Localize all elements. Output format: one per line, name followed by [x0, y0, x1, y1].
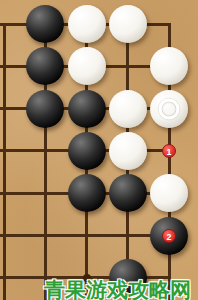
- black-stone[interactable]: [68, 132, 106, 170]
- black-stone[interactable]: [26, 90, 64, 128]
- circle-marker-icon: [159, 98, 180, 119]
- black-stone[interactable]: [26, 47, 64, 85]
- black-stone[interactable]: [109, 174, 147, 212]
- move-number-badge: 2: [162, 229, 176, 243]
- white-stone[interactable]: [150, 47, 188, 85]
- white-stone[interactable]: [109, 5, 147, 43]
- black-stone[interactable]: [26, 5, 64, 43]
- move-number-badge: 1: [162, 144, 176, 158]
- black-stone[interactable]: [68, 174, 106, 212]
- white-stone[interactable]: [150, 174, 188, 212]
- white-stone[interactable]: [150, 90, 188, 128]
- black-stone[interactable]: [68, 90, 106, 128]
- watermark-text: 青果游戏攻略网: [44, 276, 191, 300]
- white-stone[interactable]: [68, 5, 106, 43]
- go-board[interactable]: 12 青果游戏攻略网: [0, 0, 198, 300]
- grid-line-v: [3, 23, 6, 300]
- white-stone[interactable]: [68, 47, 106, 85]
- white-stone[interactable]: [109, 132, 147, 170]
- white-stone[interactable]: [109, 90, 147, 128]
